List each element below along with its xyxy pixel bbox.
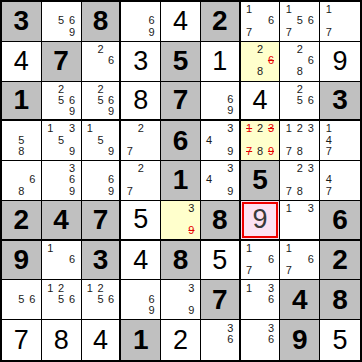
cell-r3c3[interactable]: 2569 bbox=[82, 82, 122, 122]
cell-r3c5[interactable]: 7 bbox=[161, 82, 201, 122]
candidate-2: 2 bbox=[294, 44, 305, 55]
cell-r8c3[interactable]: 1256 bbox=[82, 280, 122, 320]
pencil-marks: 369 bbox=[42, 161, 81, 200]
cell-r4c6[interactable]: 349 bbox=[201, 121, 241, 161]
cell-r4c4[interactable]: 27 bbox=[121, 121, 161, 161]
cell-r2c5[interactable]: 5 bbox=[161, 42, 201, 82]
candidate-3: 3 bbox=[225, 123, 236, 134]
cell-r1c1[interactable]: 3 bbox=[2, 2, 42, 42]
given-digit: 8 bbox=[332, 286, 348, 314]
pencil-marks: 39 bbox=[161, 280, 200, 319]
candidate-6: 6 bbox=[266, 15, 277, 26]
pencil-marks: 147 bbox=[320, 121, 360, 160]
solved-digit: 5 bbox=[212, 247, 227, 274]
solved-digit: 8 bbox=[54, 327, 69, 354]
given-digit: 5 bbox=[173, 47, 189, 75]
candidate-6: 6 bbox=[67, 95, 78, 106]
cell-r4c1[interactable]: 58 bbox=[2, 121, 42, 161]
given-digit: 4 bbox=[53, 206, 69, 234]
candidate-5: 5 bbox=[56, 95, 67, 106]
pencil-marks: 69 bbox=[82, 161, 120, 200]
cell-r4c8[interactable]: 12378 bbox=[280, 121, 320, 161]
cell-r8c9[interactable]: 8 bbox=[320, 280, 360, 320]
pencil-marks: 167 bbox=[241, 2, 280, 41]
candidate-9: 9 bbox=[186, 305, 197, 316]
cell-r8c2[interactable]: 1256 bbox=[42, 280, 82, 320]
eliminated-candidate-9: 9 bbox=[186, 225, 197, 236]
cell-r8c5[interactable]: 39 bbox=[161, 280, 201, 320]
cell-r1c4[interactable]: 69 bbox=[121, 2, 161, 42]
cell-r9c8[interactable]: 9 bbox=[280, 320, 320, 360]
cell-r5c1[interactable]: 68 bbox=[2, 161, 42, 201]
cell-r9c1[interactable]: 7 bbox=[2, 320, 42, 360]
given-digit: 7 bbox=[93, 206, 109, 234]
candidate-2: 2 bbox=[95, 84, 106, 95]
pencil-marks: 167 bbox=[280, 241, 319, 280]
pencil-marks: 56 bbox=[2, 280, 41, 319]
pencil-marks: 2378 bbox=[280, 161, 319, 200]
candidate-3: 3 bbox=[225, 163, 236, 174]
solved-digit: 9 bbox=[333, 48, 348, 75]
candidate-2: 2 bbox=[95, 44, 106, 55]
cell-r5c3[interactable]: 69 bbox=[82, 161, 122, 201]
pencil-marks: 123789 bbox=[241, 121, 280, 160]
candidate-6: 6 bbox=[106, 95, 117, 106]
given-digit: 9 bbox=[14, 246, 30, 274]
solved-digit: 4 bbox=[14, 48, 29, 75]
given-digit: 7 bbox=[173, 86, 189, 114]
candidate-5: 5 bbox=[56, 135, 67, 146]
candidate-4: 4 bbox=[204, 135, 215, 146]
candidate-2: 2 bbox=[294, 163, 305, 174]
given-digit: 7 bbox=[212, 286, 228, 314]
cell-r5c5[interactable]: 1 bbox=[161, 161, 201, 201]
cell-r2c6[interactable]: 1 bbox=[201, 42, 241, 82]
candidate-8: 8 bbox=[294, 186, 305, 197]
solved-digit: 5 bbox=[133, 206, 148, 233]
eliminated-candidate-6: 6 bbox=[266, 55, 277, 66]
cell-r3c8[interactable]: 256 bbox=[280, 82, 320, 122]
candidate-7: 7 bbox=[283, 265, 294, 276]
solved-digit: 4 bbox=[173, 8, 188, 35]
solved-digit: 4 bbox=[253, 87, 268, 114]
candidate-3: 3 bbox=[186, 203, 197, 214]
cell-r1c2[interactable]: 569 bbox=[42, 2, 82, 42]
pencil-marks: 1359 bbox=[42, 121, 81, 160]
cell-r7c7[interactable]: 167 bbox=[241, 241, 281, 281]
candidate-9: 9 bbox=[146, 305, 157, 316]
given-digit: 3 bbox=[14, 7, 30, 35]
cell-r1c5[interactable]: 4 bbox=[161, 2, 201, 42]
candidate-6: 6 bbox=[106, 55, 117, 66]
given-digit: 3 bbox=[93, 246, 109, 274]
candidate-7: 7 bbox=[323, 186, 334, 197]
candidate-9: 9 bbox=[106, 146, 117, 157]
cell-r7c5[interactable]: 8 bbox=[161, 241, 201, 281]
candidate-3: 3 bbox=[305, 123, 316, 134]
given-digit: 2 bbox=[14, 206, 30, 234]
pencil-marks: 268 bbox=[280, 42, 319, 81]
candidate-9: 9 bbox=[67, 186, 78, 197]
candidate-5: 5 bbox=[294, 15, 305, 26]
solved-digit: 8 bbox=[133, 87, 148, 114]
cell-r9c7[interactable]: 36 bbox=[241, 320, 281, 360]
cell-r9c9[interactable]: 5 bbox=[320, 320, 360, 360]
candidate-6: 6 bbox=[146, 15, 157, 26]
cell-r3c2[interactable]: 2569 bbox=[42, 82, 82, 122]
candidate-7: 7 bbox=[244, 265, 255, 276]
candidate-6: 6 bbox=[225, 334, 236, 346]
candidate-2: 2 bbox=[255, 44, 266, 55]
candidate-9: 9 bbox=[106, 186, 117, 197]
cell-r7c2[interactable]: 16 bbox=[42, 241, 82, 281]
cell-r9c3[interactable]: 4 bbox=[82, 320, 122, 360]
pencil-marks: 26 bbox=[82, 42, 120, 81]
cell-r2c8[interactable]: 268 bbox=[280, 42, 320, 82]
solved-digit: 4 bbox=[133, 247, 148, 274]
candidate-7: 7 bbox=[323, 146, 334, 157]
candidate-2: 2 bbox=[56, 84, 67, 95]
cell-r3c6[interactable]: 69 bbox=[201, 82, 241, 122]
given-digit: 1 bbox=[173, 166, 189, 194]
candidate-9: 9 bbox=[67, 106, 78, 117]
candidate-3: 3 bbox=[186, 282, 197, 293]
candidate-9: 9 bbox=[67, 146, 78, 157]
solved-digit: 1 bbox=[212, 48, 227, 75]
cell-r5c2[interactable]: 369 bbox=[42, 161, 82, 201]
cell-r9c4[interactable]: 1 bbox=[121, 320, 161, 360]
candidate-8: 8 bbox=[255, 146, 266, 157]
candidate-2: 2 bbox=[56, 282, 67, 293]
candidate-1: 1 bbox=[283, 123, 294, 134]
cell-r2c7[interactable]: 268 bbox=[241, 42, 281, 82]
cell-r5c4[interactable]: 27 bbox=[121, 161, 161, 201]
candidate-3: 3 bbox=[67, 123, 78, 134]
cell-r6c2[interactable]: 4 bbox=[42, 201, 82, 241]
candidate-7: 7 bbox=[283, 146, 294, 157]
candidate-6: 6 bbox=[305, 254, 316, 265]
candidate-1: 1 bbox=[283, 203, 294, 214]
candidate-3: 3 bbox=[305, 203, 316, 214]
candidate-1: 1 bbox=[244, 4, 255, 15]
candidate-1: 1 bbox=[244, 282, 255, 293]
cell-r4c2[interactable]: 1359 bbox=[42, 121, 82, 161]
cell-r2c1[interactable]: 4 bbox=[2, 42, 42, 82]
cell-r5c7[interactable]: 5 bbox=[241, 161, 281, 201]
eliminated-candidate-7: 7 bbox=[244, 146, 255, 157]
pencil-marks: 1567 bbox=[280, 2, 319, 41]
candidate-1: 1 bbox=[323, 4, 334, 15]
pencil-marks: 69 bbox=[121, 280, 160, 319]
candidate-6: 6 bbox=[106, 174, 117, 185]
pencil-marks: 69 bbox=[121, 2, 160, 41]
candidate-3: 3 bbox=[266, 322, 277, 334]
candidate-8: 8 bbox=[294, 146, 305, 157]
pencil-marks: 349 bbox=[201, 161, 239, 200]
candidate-2: 2 bbox=[294, 123, 305, 134]
candidate-9: 9 bbox=[225, 186, 236, 197]
cell-r3c4[interactable]: 8 bbox=[121, 82, 161, 122]
cell-r9c6[interactable]: 36 bbox=[201, 320, 241, 360]
given-digit: 5 bbox=[252, 166, 268, 194]
candidate-2: 2 bbox=[255, 123, 266, 134]
cell-r6c5[interactable]: 39 bbox=[161, 201, 201, 241]
candidate-6: 6 bbox=[27, 174, 38, 185]
candidate-6: 6 bbox=[305, 95, 316, 106]
candidate-1: 1 bbox=[323, 123, 334, 134]
cell-r9c2[interactable]: 8 bbox=[42, 320, 82, 360]
sudoku-board: 3569869421671567174726351268268912569256… bbox=[0, 0, 362, 362]
candidate-1: 1 bbox=[283, 4, 294, 15]
candidate-5: 5 bbox=[56, 294, 67, 305]
solved-digit: 3 bbox=[133, 48, 148, 75]
cell-r1c9[interactable]: 17 bbox=[320, 2, 360, 42]
candidate-6: 6 bbox=[67, 15, 78, 26]
pencil-marks: 27 bbox=[121, 161, 160, 200]
candidate-1: 1 bbox=[244, 243, 255, 254]
candidate-7: 7 bbox=[283, 27, 294, 38]
candidate-2: 2 bbox=[135, 163, 146, 174]
given-digit: 9 bbox=[292, 326, 308, 354]
pencil-marks: 58 bbox=[2, 121, 41, 160]
candidate-6: 6 bbox=[305, 15, 316, 26]
pencil-marks: 17 bbox=[320, 2, 360, 41]
pencil-marks: 167 bbox=[241, 241, 280, 280]
cell-r7c4[interactable]: 4 bbox=[121, 241, 161, 281]
eliminated-candidate-1: 1 bbox=[244, 123, 255, 134]
cell-r7c3[interactable]: 3 bbox=[82, 241, 122, 281]
pencil-marks: 159 bbox=[82, 121, 120, 160]
candidate-1: 1 bbox=[45, 243, 56, 254]
candidate-6: 6 bbox=[266, 294, 277, 305]
pencil-marks: 1256 bbox=[82, 280, 120, 319]
candidate-7: 7 bbox=[124, 146, 135, 157]
candidate-3: 3 bbox=[225, 322, 236, 334]
pencil-marks: 13 bbox=[280, 201, 319, 239]
cell-r8c4[interactable]: 69 bbox=[121, 280, 161, 320]
cell-r6c4[interactable]: 5 bbox=[121, 201, 161, 241]
given-digit: 7 bbox=[53, 47, 69, 75]
cell-r2c2[interactable]: 7 bbox=[42, 42, 82, 82]
candidate-7: 7 bbox=[124, 186, 135, 197]
candidate-6: 6 bbox=[266, 254, 277, 265]
pencil-marks: 256 bbox=[280, 82, 319, 120]
solved-digit: 5 bbox=[333, 327, 348, 354]
candidate-5: 5 bbox=[95, 135, 106, 146]
pencil-marks: 268 bbox=[241, 42, 280, 81]
placed-digit: 9 bbox=[253, 206, 268, 233]
given-digit: 2 bbox=[332, 246, 348, 274]
cell-r6c7[interactable]: 9 bbox=[241, 201, 281, 241]
candidate-1: 1 bbox=[85, 282, 96, 293]
given-digit: 6 bbox=[173, 127, 189, 155]
cell-r4c5[interactable]: 6 bbox=[161, 121, 201, 161]
pencil-marks: 69 bbox=[201, 82, 239, 120]
pencil-marks: 36 bbox=[201, 320, 239, 360]
candidate-2: 2 bbox=[294, 84, 305, 95]
candidate-5: 5 bbox=[16, 294, 27, 305]
cell-r2c9[interactable]: 9 bbox=[320, 42, 360, 82]
pencil-marks: 68 bbox=[2, 161, 41, 200]
eliminated-candidate-3: 3 bbox=[266, 123, 277, 134]
given-digit: 8 bbox=[212, 206, 228, 234]
candidate-1: 1 bbox=[45, 282, 56, 293]
cell-r1c7[interactable]: 167 bbox=[241, 2, 281, 42]
pencil-marks: 1256 bbox=[42, 280, 81, 319]
candidate-1: 1 bbox=[283, 243, 294, 254]
candidate-9: 9 bbox=[67, 27, 78, 38]
cell-r9c5[interactable]: 2 bbox=[161, 320, 201, 360]
eliminated-candidate-9: 9 bbox=[266, 146, 277, 157]
candidate-9: 9 bbox=[106, 106, 117, 117]
cell-r8c7[interactable]: 136 bbox=[241, 280, 281, 320]
cell-r6c6[interactable]: 8 bbox=[201, 201, 241, 241]
pencil-marks: 569 bbox=[42, 2, 81, 41]
candidate-3: 3 bbox=[266, 282, 277, 293]
given-digit: 8 bbox=[173, 246, 189, 274]
cell-r7c8[interactable]: 167 bbox=[280, 241, 320, 281]
pencil-marks: 36 bbox=[241, 320, 280, 360]
candidate-8: 8 bbox=[294, 66, 305, 77]
candidate-7: 7 bbox=[244, 27, 255, 38]
pencil-marks: 136 bbox=[241, 280, 280, 319]
candidate-2: 2 bbox=[95, 282, 106, 293]
cell-r3c7[interactable]: 4 bbox=[241, 82, 281, 122]
given-digit: 1 bbox=[14, 86, 30, 114]
cell-r7c1[interactable]: 9 bbox=[2, 241, 42, 281]
given-digit: 4 bbox=[292, 286, 308, 314]
cell-r6c9[interactable]: 6 bbox=[320, 201, 360, 241]
pencil-marks: 47 bbox=[320, 161, 360, 200]
candidate-7: 7 bbox=[323, 27, 334, 38]
cell-r4c3[interactable]: 159 bbox=[82, 121, 122, 161]
cell-r6c1[interactable]: 2 bbox=[2, 201, 42, 241]
candidate-6: 6 bbox=[67, 174, 78, 185]
given-digit: 8 bbox=[93, 7, 109, 35]
cell-r3c1[interactable]: 1 bbox=[2, 82, 42, 122]
cell-r2c4[interactable]: 3 bbox=[121, 42, 161, 82]
cell-r5c9[interactable]: 47 bbox=[320, 161, 360, 201]
pencil-marks: 2569 bbox=[42, 82, 81, 120]
cell-r1c3[interactable]: 8 bbox=[82, 2, 122, 42]
solved-digit: 7 bbox=[14, 327, 29, 354]
cell-r7c9[interactable]: 2 bbox=[320, 241, 360, 281]
cell-r4c9[interactable]: 147 bbox=[320, 121, 360, 161]
cell-r6c8[interactable]: 13 bbox=[280, 201, 320, 241]
given-digit: 1 bbox=[133, 326, 149, 354]
pencil-marks: 16 bbox=[42, 241, 81, 280]
candidate-6: 6 bbox=[305, 55, 316, 66]
cell-r1c6[interactable]: 2 bbox=[201, 2, 241, 42]
candidate-1: 1 bbox=[45, 123, 56, 134]
candidate-8: 8 bbox=[16, 146, 27, 157]
cell-r2c3[interactable]: 26 bbox=[82, 42, 122, 82]
candidate-6: 6 bbox=[67, 254, 78, 265]
cell-r5c6[interactable]: 349 bbox=[201, 161, 241, 201]
given-digit: 2 bbox=[212, 7, 228, 35]
candidate-3: 3 bbox=[305, 163, 316, 174]
candidate-5: 5 bbox=[95, 95, 106, 106]
cell-r8c8[interactable]: 4 bbox=[280, 280, 320, 320]
cell-r5c8[interactable]: 2378 bbox=[280, 161, 320, 201]
candidate-5: 5 bbox=[95, 294, 106, 305]
candidate-9: 9 bbox=[225, 146, 236, 157]
cell-r8c6[interactable]: 7 bbox=[201, 280, 241, 320]
cell-r3c9[interactable]: 3 bbox=[320, 82, 360, 122]
pencil-marks: 12378 bbox=[280, 121, 319, 160]
candidate-6: 6 bbox=[106, 294, 117, 305]
candidate-5: 5 bbox=[294, 95, 305, 106]
candidate-5: 5 bbox=[56, 15, 67, 26]
candidate-4: 4 bbox=[323, 174, 334, 185]
candidate-6: 6 bbox=[67, 294, 78, 305]
candidate-7: 7 bbox=[283, 186, 294, 197]
candidate-6: 6 bbox=[27, 294, 38, 305]
pencil-marks: 27 bbox=[121, 121, 160, 160]
candidate-4: 4 bbox=[204, 174, 215, 185]
pencil-marks: 349 bbox=[201, 121, 239, 160]
solved-digit: 2 bbox=[173, 327, 188, 354]
cell-r1c8[interactable]: 1567 bbox=[280, 2, 320, 42]
candidate-8: 8 bbox=[16, 186, 27, 197]
cell-r7c6[interactable]: 5 bbox=[201, 241, 241, 281]
pencil-marks: 39 bbox=[161, 201, 200, 239]
given-digit: 6 bbox=[332, 206, 348, 234]
given-digit: 3 bbox=[332, 86, 348, 114]
candidate-6: 6 bbox=[266, 334, 277, 346]
cell-r4c7[interactable]: 123789 bbox=[241, 121, 281, 161]
solved-digit: 4 bbox=[93, 327, 108, 354]
cell-r6c3[interactable]: 7 bbox=[82, 201, 122, 241]
candidate-8: 8 bbox=[255, 66, 266, 77]
candidate-9: 9 bbox=[146, 27, 157, 38]
cell-r8c1[interactable]: 56 bbox=[2, 280, 42, 320]
candidate-2: 2 bbox=[135, 123, 146, 134]
pencil-marks: 2569 bbox=[82, 82, 120, 120]
candidate-1: 1 bbox=[85, 123, 96, 134]
candidate-9: 9 bbox=[225, 105, 236, 116]
